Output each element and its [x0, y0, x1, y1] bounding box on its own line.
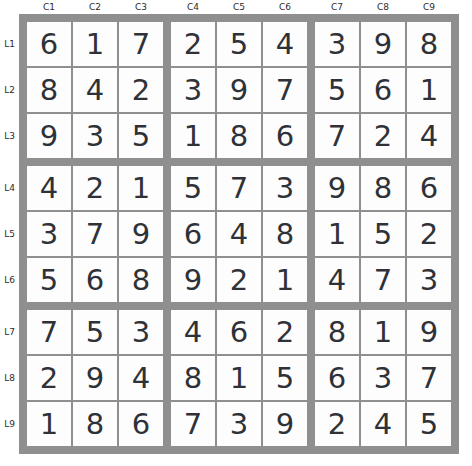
cell-l8c3[interactable]: 4: [119, 356, 163, 400]
cell-l9c2[interactable]: 8: [73, 402, 117, 446]
cell-l8c4[interactable]: 8: [171, 356, 215, 400]
cell-l5c7[interactable]: 1: [315, 212, 359, 256]
cell-l2c8[interactable]: 6: [361, 68, 405, 112]
cell-l8c8[interactable]: 3: [361, 356, 405, 400]
cell-l1c4[interactable]: 2: [171, 22, 215, 66]
cell-l2c7[interactable]: 5: [315, 68, 359, 112]
cell-l8c9[interactable]: 7: [407, 356, 451, 400]
row-header-l3: L3: [4, 131, 19, 141]
cell-l3c4[interactable]: 1: [171, 114, 215, 158]
cell-l4c5[interactable]: 7: [217, 166, 261, 210]
cell-l6c7[interactable]: 4: [315, 258, 359, 302]
cell-l3c3[interactable]: 5: [119, 114, 163, 158]
cell-l6c9[interactable]: 3: [407, 258, 451, 302]
cell-l9c6[interactable]: 9: [263, 402, 307, 446]
cell-l2c3[interactable]: 2: [119, 68, 163, 112]
cell-l6c8[interactable]: 7: [361, 258, 405, 302]
cell-l3c6[interactable]: 6: [263, 114, 307, 158]
column-header-c3: C3: [135, 2, 147, 14]
column-header-c4: C4: [187, 2, 199, 14]
cell-l6c2[interactable]: 6: [73, 258, 117, 302]
cell-l6c1[interactable]: 5: [27, 258, 71, 302]
cell-l5c5[interactable]: 4: [217, 212, 261, 256]
column-header-c7: C7: [331, 2, 343, 14]
cell-l1c9[interactable]: 8: [407, 22, 451, 66]
cell-l1c5[interactable]: 5: [217, 22, 261, 66]
cell-l7c8[interactable]: 1: [361, 310, 405, 354]
cell-l4c6[interactable]: 3: [263, 166, 307, 210]
cell-l9c1[interactable]: 1: [27, 402, 71, 446]
cell-l2c5[interactable]: 9: [217, 68, 261, 112]
cell-l2c1[interactable]: 8: [27, 68, 71, 112]
column-header-c5: C5: [233, 2, 245, 14]
cell-l9c7[interactable]: 2: [315, 402, 359, 446]
cell-l1c6[interactable]: 4: [263, 22, 307, 66]
cell-l4c4[interactable]: 5: [171, 166, 215, 210]
cell-l4c7[interactable]: 9: [315, 166, 359, 210]
cell-l8c1[interactable]: 2: [27, 356, 71, 400]
cell-l7c6[interactable]: 2: [263, 310, 307, 354]
row-header-l9: L9: [4, 419, 19, 429]
cell-l1c2[interactable]: 1: [73, 22, 117, 66]
cell-l1c1[interactable]: 6: [27, 22, 71, 66]
cell-l6c3[interactable]: 8: [119, 258, 163, 302]
cell-l3c1[interactable]: 9: [27, 114, 71, 158]
cell-l1c3[interactable]: 7: [119, 22, 163, 66]
cell-l1c7[interactable]: 3: [315, 22, 359, 66]
cell-l9c9[interactable]: 5: [407, 402, 451, 446]
cell-l9c5[interactable]: 3: [217, 402, 261, 446]
row-header-l4: L4: [4, 183, 19, 193]
cell-l9c8[interactable]: 4: [361, 402, 405, 446]
column-header-c2: C2: [89, 2, 101, 14]
cell-l5c3[interactable]: 9: [119, 212, 163, 256]
column-header-c8: C8: [377, 2, 389, 14]
cell-l3c2[interactable]: 3: [73, 114, 117, 158]
cell-l8c6[interactable]: 5: [263, 356, 307, 400]
cell-l4c8[interactable]: 8: [361, 166, 405, 210]
sudoku-board: C1C2C3C4C5C6C7C8C9L1L2L3L4L5L6L7L8L96172…: [0, 0, 472, 454]
row-header-l2: L2: [4, 85, 19, 95]
cell-l1c8[interactable]: 9: [361, 22, 405, 66]
cell-l5c9[interactable]: 2: [407, 212, 451, 256]
cell-l9c4[interactable]: 7: [171, 402, 215, 446]
cell-l2c6[interactable]: 7: [263, 68, 307, 112]
cell-l4c2[interactable]: 2: [73, 166, 117, 210]
cell-l6c6[interactable]: 1: [263, 258, 307, 302]
cell-l4c3[interactable]: 1: [119, 166, 163, 210]
cell-l8c5[interactable]: 1: [217, 356, 261, 400]
cell-l2c4[interactable]: 3: [171, 68, 215, 112]
row-header-l5: L5: [4, 229, 19, 239]
cell-l9c3[interactable]: 6: [119, 402, 163, 446]
row-header-l8: L8: [4, 373, 19, 383]
column-header-c1: C1: [43, 2, 55, 14]
column-header-c6: C6: [279, 2, 291, 14]
cell-l7c7[interactable]: 8: [315, 310, 359, 354]
cell-l3c7[interactable]: 7: [315, 114, 359, 158]
cell-l5c8[interactable]: 5: [361, 212, 405, 256]
cell-l6c5[interactable]: 2: [217, 258, 261, 302]
cell-l7c3[interactable]: 3: [119, 310, 163, 354]
cell-l4c1[interactable]: 4: [27, 166, 71, 210]
column-header-c9: C9: [423, 2, 435, 14]
cell-l4c9[interactable]: 6: [407, 166, 451, 210]
cell-l6c4[interactable]: 9: [171, 258, 215, 302]
cell-l3c5[interactable]: 8: [217, 114, 261, 158]
cell-l5c4[interactable]: 6: [171, 212, 215, 256]
cell-l5c6[interactable]: 8: [263, 212, 307, 256]
cell-l2c2[interactable]: 4: [73, 68, 117, 112]
row-header-l6: L6: [4, 275, 19, 285]
row-header-l7: L7: [4, 327, 19, 337]
cell-l3c8[interactable]: 2: [361, 114, 405, 158]
cell-l7c9[interactable]: 9: [407, 310, 451, 354]
cell-l7c2[interactable]: 5: [73, 310, 117, 354]
cell-l3c9[interactable]: 4: [407, 114, 451, 158]
cell-l8c2[interactable]: 9: [73, 356, 117, 400]
cell-l7c4[interactable]: 4: [171, 310, 215, 354]
cell-l8c7[interactable]: 6: [315, 356, 359, 400]
cell-l5c1[interactable]: 3: [27, 212, 71, 256]
cell-l2c9[interactable]: 1: [407, 68, 451, 112]
cell-l7c5[interactable]: 6: [217, 310, 261, 354]
cell-l7c1[interactable]: 7: [27, 310, 71, 354]
row-header-l1: L1: [4, 39, 19, 49]
cell-l5c2[interactable]: 7: [73, 212, 117, 256]
